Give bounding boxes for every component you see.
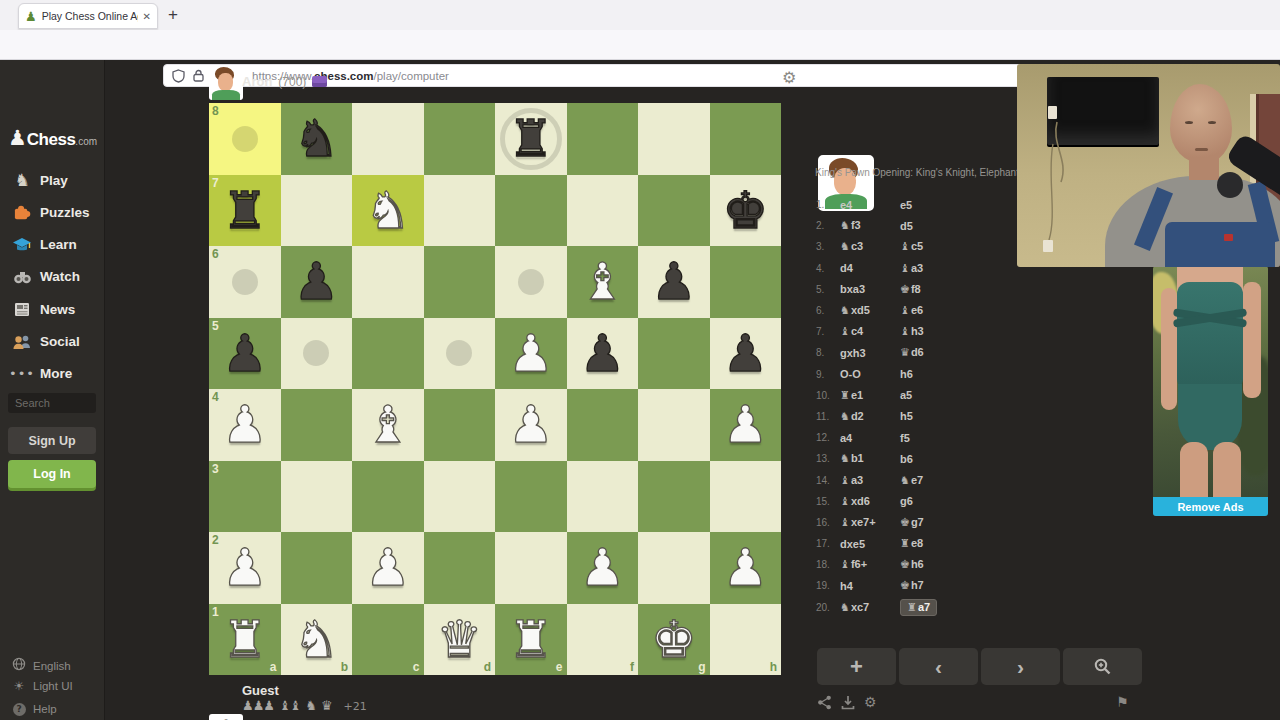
move[interactable]: g6 xyxy=(900,495,970,507)
move[interactable]: b6 xyxy=(900,453,970,465)
move[interactable]: e4 xyxy=(840,199,900,211)
sidebar-item-label: Play xyxy=(40,173,68,188)
puzzle-icon xyxy=(12,202,32,222)
square-f7[interactable] xyxy=(567,175,639,247)
square-a3[interactable]: 3 xyxy=(209,461,281,533)
piece-wB-c4[interactable]: ♝ xyxy=(352,389,424,461)
square-f4[interactable] xyxy=(567,389,639,461)
move-row: 14.♝a3♞e7 xyxy=(810,469,1090,490)
move-row: 20.♞xc7♜a7 xyxy=(810,597,1090,618)
move[interactable]: f5 xyxy=(900,432,970,444)
square-e1[interactable]: e♜ xyxy=(495,604,567,676)
move[interactable]: h4 xyxy=(840,580,900,592)
square-g2[interactable] xyxy=(638,532,710,604)
move-controls: + ‹ › xyxy=(817,648,1142,685)
move-row: 16.♝xe7+♚g7 xyxy=(810,512,1090,533)
square-c1[interactable]: c xyxy=(352,604,424,676)
sidebar-item-label: More xyxy=(40,366,72,381)
move[interactable]: bxa3 xyxy=(840,283,900,295)
footer-item-english[interactable]: English xyxy=(12,657,71,674)
cap-icon xyxy=(12,235,32,255)
sidebar-item-label: News xyxy=(40,302,75,317)
move-row: 17.dxe5♜e8 xyxy=(810,533,1090,554)
share-icon[interactable] xyxy=(817,695,832,710)
square-h4[interactable]: ♟ xyxy=(710,389,782,461)
footer-item-light-ui[interactable]: ☀Light UI xyxy=(12,679,73,693)
move[interactable]: dxe5 xyxy=(840,538,900,550)
move-number: 16. xyxy=(816,517,840,528)
move-row: 10.♜e1a5 xyxy=(810,385,1090,406)
sidebar-item-social[interactable]: Social xyxy=(0,326,105,358)
move[interactable]: ♝e6 xyxy=(900,304,970,317)
prev-move-button[interactable]: ‹ xyxy=(899,648,978,685)
piece-wP-a4[interactable]: ♟ xyxy=(209,389,281,461)
footer-item-help[interactable]: ?Help xyxy=(12,701,57,716)
move-row: 12.a4f5 xyxy=(810,427,1090,448)
webcam-overlay xyxy=(1017,64,1280,267)
move[interactable]: gxh3 xyxy=(840,347,900,359)
move[interactable]: ♝c4 xyxy=(840,325,900,338)
guest-pawn-icon: ♟ xyxy=(209,715,243,720)
opening-name: King's Pawn Opening: King's Knight, Elep… xyxy=(815,167,1017,178)
move-row: 18.♝f6+♚h6 xyxy=(810,554,1090,575)
piece-bP-g6[interactable]: ♟ xyxy=(638,246,710,318)
move-number: 17. xyxy=(816,538,840,549)
move[interactable]: ♜e1 xyxy=(840,389,900,402)
piece-wP-c2[interactable]: ♟ xyxy=(352,532,424,604)
move[interactable]: ♞b1 xyxy=(840,452,900,465)
square-d1[interactable]: d♛ xyxy=(424,604,496,676)
board-settings-gear-icon[interactable]: ⚙ xyxy=(782,68,796,87)
square-d5[interactable] xyxy=(424,318,496,390)
piece-wP-e4[interactable]: ♟ xyxy=(495,389,567,461)
square-g3[interactable] xyxy=(638,461,710,533)
opponent-rating: (700) xyxy=(278,75,306,89)
move[interactable]: a5 xyxy=(900,389,970,401)
square-c7[interactable]: ♞ xyxy=(352,175,424,247)
square-f6[interactable]: ♝ xyxy=(567,246,639,318)
move-row: 6.♞xd5♝e6 xyxy=(810,300,1090,321)
move[interactable]: ♞f3 xyxy=(840,219,900,232)
move-number: 14. xyxy=(816,475,840,486)
square-h3[interactable] xyxy=(710,461,782,533)
game-actions: ⚙ xyxy=(817,694,877,710)
move-number: 4. xyxy=(816,263,840,274)
square-a7[interactable]: 7♜ xyxy=(209,175,281,247)
sidebar-item-learn[interactable]: Learn xyxy=(0,229,105,261)
square-h7[interactable]: ♚ xyxy=(710,175,782,247)
square-d7[interactable] xyxy=(424,175,496,247)
move[interactable]: ♝a3 xyxy=(900,262,970,275)
logo-brand: Chess xyxy=(27,130,76,150)
square-a6[interactable]: 6 xyxy=(209,246,281,318)
piece-bP-a5[interactable]: ♟ xyxy=(209,318,281,390)
square-e6[interactable] xyxy=(495,246,567,318)
rank-label: 6 xyxy=(212,247,219,261)
move-number: 18. xyxy=(816,559,840,570)
square-f2[interactable]: ♟ xyxy=(567,532,639,604)
square-d6[interactable] xyxy=(424,246,496,318)
square-h2[interactable]: ♟ xyxy=(710,532,782,604)
square-e5[interactable]: ♟ xyxy=(495,318,567,390)
piece-wP-h4[interactable]: ♟ xyxy=(710,389,782,461)
dots-icon: ••• xyxy=(12,364,32,384)
square-b8[interactable]: ♞ xyxy=(281,103,353,175)
piece-wN-b1[interactable]: ♞ xyxy=(281,604,353,676)
new-game-button[interactable]: + xyxy=(817,648,896,685)
move-number: 7. xyxy=(816,326,840,337)
piece-bR-e8[interactable]: ♜ xyxy=(495,103,567,175)
sidebar-item-label: Learn xyxy=(40,237,77,252)
piece-wP-f2[interactable]: ♟ xyxy=(567,532,639,604)
legal-move-dot xyxy=(232,126,258,152)
shield-icon[interactable] xyxy=(172,69,185,83)
settings-gear-icon[interactable]: ⚙ xyxy=(864,694,877,710)
move-row: 9.O-Oh6 xyxy=(810,364,1090,385)
square-f8[interactable] xyxy=(567,103,639,175)
square-c5[interactable] xyxy=(352,318,424,390)
chesscom-logo[interactable]: ♟Chess.com xyxy=(8,126,97,150)
move-number: 3. xyxy=(816,241,840,252)
sun-icon: ☀ xyxy=(12,679,26,693)
rank-label: 8 xyxy=(212,104,219,118)
chesscom-favicon: ♟ xyxy=(25,10,37,23)
move-number: 11. xyxy=(816,411,840,422)
ad-banner[interactable]: Remove Ads xyxy=(1153,266,1268,516)
microphone xyxy=(1217,172,1243,198)
move-row: 5.bxa3♚f8 xyxy=(810,279,1090,300)
square-g8[interactable] xyxy=(638,103,710,175)
move-number: 2. xyxy=(816,220,840,231)
piece-bN-b8[interactable]: ♞ xyxy=(281,103,353,175)
square-c6[interactable] xyxy=(352,246,424,318)
social-icon xyxy=(12,332,32,352)
move[interactable]: ♝xe7+ xyxy=(840,516,900,529)
move[interactable]: ♚g7 xyxy=(900,516,970,529)
square-e2[interactable] xyxy=(495,532,567,604)
material-advantage: +21 xyxy=(344,700,367,713)
legal-move-dot xyxy=(303,340,329,366)
download-icon[interactable] xyxy=(841,695,855,710)
square-d4[interactable] xyxy=(424,389,496,461)
square-f1[interactable]: f xyxy=(567,604,639,676)
square-e3[interactable] xyxy=(495,461,567,533)
piece-bP-b6[interactable]: ♟ xyxy=(281,246,353,318)
file-label: f xyxy=(630,660,634,674)
move-row: 13.♞b1b6 xyxy=(810,448,1090,469)
browser-tab[interactable]: ♟ Play Chess Online Against the C ✕ xyxy=(18,3,158,29)
piece-bP-f5[interactable]: ♟ xyxy=(567,318,639,390)
square-g6[interactable]: ♟ xyxy=(638,246,710,318)
square-b7[interactable] xyxy=(281,175,353,247)
square-c2[interactable]: ♟ xyxy=(352,532,424,604)
sidebar-item-news[interactable]: News xyxy=(0,293,105,325)
move-number: 20. xyxy=(816,602,840,613)
globe-icon xyxy=(12,657,26,674)
move-number: 12. xyxy=(816,432,840,443)
move[interactable]: h6 xyxy=(900,368,970,380)
opponent-name[interactable]: Aron xyxy=(242,74,272,89)
move-number: 13. xyxy=(816,453,840,464)
square-a1[interactable]: 1a♜ xyxy=(209,604,281,676)
move-row: 15.♝xd6g6 xyxy=(810,491,1090,512)
move[interactable]: e5 xyxy=(900,199,970,211)
square-b5[interactable] xyxy=(281,318,353,390)
move[interactable]: d5 xyxy=(900,220,970,232)
move-number: 15. xyxy=(816,496,840,507)
piece-wN-c7[interactable]: ♞ xyxy=(352,175,424,247)
piece-bK-h7[interactable]: ♚ xyxy=(710,175,782,247)
move[interactable]: ♝xd6 xyxy=(840,495,900,508)
binoculars-icon xyxy=(12,267,32,287)
move[interactable]: ♚f8 xyxy=(900,283,970,296)
square-b1[interactable]: b♞ xyxy=(281,604,353,676)
opponent-avatar[interactable] xyxy=(209,66,243,100)
knight-icon: ♞ xyxy=(12,170,32,190)
move[interactable]: ♝c5 xyxy=(900,240,970,253)
sidebar-item-label: Puzzles xyxy=(40,205,90,220)
piece-wP-e5[interactable]: ♟ xyxy=(495,318,567,390)
square-f3[interactable] xyxy=(567,461,639,533)
logo-pawn-icon: ♟ xyxy=(8,126,27,150)
opponent-flag-icon xyxy=(312,76,327,87)
move-number: 1. xyxy=(816,199,840,210)
piece-wR-a1[interactable]: ♜ xyxy=(209,604,281,676)
next-move-button[interactable]: › xyxy=(981,648,1060,685)
square-a2[interactable]: 2♟ xyxy=(209,532,281,604)
square-g5[interactable] xyxy=(638,318,710,390)
piece-wK-g1[interactable]: ♚ xyxy=(638,604,710,676)
move-number: 10. xyxy=(816,390,840,401)
file-label: c xyxy=(413,660,420,674)
square-g7[interactable] xyxy=(638,175,710,247)
move[interactable]: ♞xc7 xyxy=(840,601,900,614)
move-row: 8.gxh3♛d6 xyxy=(810,342,1090,363)
move[interactable]: h5 xyxy=(900,410,970,422)
piece-wP-h2[interactable]: ♟ xyxy=(710,532,782,604)
move[interactable]: O-O xyxy=(840,368,900,380)
move[interactable]: ♞xd5 xyxy=(840,304,900,317)
sidebar-item-play[interactable]: ♞Play xyxy=(0,164,105,196)
legal-move-dot xyxy=(232,269,258,295)
sidebar: ♟Chess.com ♞PlayPuzzlesLearnWatchNewsSoc… xyxy=(0,60,105,720)
move[interactable]: d4 xyxy=(840,262,900,274)
new-tab-button[interactable]: + xyxy=(168,5,178,25)
piece-bP-h5[interactable]: ♟ xyxy=(710,318,782,390)
tab-close-icon[interactable]: ✕ xyxy=(143,11,151,22)
square-h1[interactable]: h xyxy=(710,604,782,676)
overalls-bib xyxy=(1165,222,1275,267)
logo-tld: .com xyxy=(75,136,97,147)
signup-button[interactable]: Sign Up xyxy=(8,427,96,454)
square-c8[interactable] xyxy=(352,103,424,175)
square-d2[interactable] xyxy=(424,532,496,604)
move-number: 6. xyxy=(816,305,840,316)
move[interactable]: ♝h3 xyxy=(900,325,970,338)
move[interactable]: ♝a3 xyxy=(840,474,900,487)
legal-move-dot xyxy=(518,269,544,295)
move[interactable]: ♚h7 xyxy=(900,579,970,592)
piece-wQ-d1[interactable]: ♛ xyxy=(424,604,496,676)
move[interactable]: ♛d6 xyxy=(900,346,970,359)
square-c3[interactable] xyxy=(352,461,424,533)
player-avatar[interactable]: ♟ xyxy=(209,714,243,720)
piece-bR-a7[interactable]: ♜ xyxy=(209,175,281,247)
move-row: 7.♝c4♝h3 xyxy=(810,321,1090,342)
move-number: 5. xyxy=(816,284,840,295)
piece-wB-f6[interactable]: ♝ xyxy=(567,246,639,318)
square-b4[interactable] xyxy=(281,389,353,461)
login-button[interactable]: Log In xyxy=(8,460,96,488)
square-h6[interactable] xyxy=(710,246,782,318)
move-row: 11.♞d2h5 xyxy=(810,406,1090,427)
move[interactable]: ♞d2 xyxy=(840,410,900,423)
captured-pieces: ♟♟♟♝♝♞♛+21 xyxy=(242,698,372,713)
move[interactable]: ♞e7 xyxy=(900,474,970,487)
piece-wP-a2[interactable]: ♟ xyxy=(209,532,281,604)
square-h8[interactable] xyxy=(710,103,782,175)
sidebar-item-label: Social xyxy=(40,334,80,349)
browser-tab-strip: ♟ Play Chess Online Against the C ✕ + xyxy=(0,0,1280,30)
square-b3[interactable] xyxy=(281,461,353,533)
sidebar-item-more[interactable]: •••More xyxy=(0,358,105,390)
square-a8[interactable]: 8 xyxy=(209,103,281,175)
move[interactable]: ♞c3 xyxy=(840,240,900,253)
sidebar-item-watch[interactable]: Watch xyxy=(0,261,105,293)
square-a5[interactable]: 5♟ xyxy=(209,318,281,390)
tab-title: Play Chess Online Against the C xyxy=(42,10,138,22)
square-d8[interactable] xyxy=(424,103,496,175)
move-row: 19.h4♚h7 xyxy=(810,575,1090,596)
analysis-button[interactable] xyxy=(1063,648,1142,685)
square-e8[interactable]: ♜ xyxy=(495,103,567,175)
news-icon xyxy=(12,299,32,319)
move[interactable]: ♜a7 xyxy=(900,599,970,616)
player-name[interactable]: Guest xyxy=(242,683,372,698)
file-label: h xyxy=(770,660,777,674)
square-e4[interactable]: ♟ xyxy=(495,389,567,461)
remove-ads-button[interactable]: Remove Ads xyxy=(1153,497,1268,516)
help-icon: ? xyxy=(12,701,26,716)
legal-move-dot xyxy=(446,340,472,366)
rank-label: 3 xyxy=(212,462,219,476)
move[interactable]: ♝f6+ xyxy=(840,558,900,571)
square-g1[interactable]: g♚ xyxy=(638,604,710,676)
browser-toolbar: ← → ↻ ⇄ https://www.chess.com/play/compu… xyxy=(0,30,1280,60)
square-a4[interactable]: 4♟ xyxy=(209,389,281,461)
piece-wR-e1[interactable]: ♜ xyxy=(495,604,567,676)
square-b2[interactable] xyxy=(281,532,353,604)
square-h5[interactable]: ♟ xyxy=(710,318,782,390)
move[interactable]: a4 xyxy=(840,432,900,444)
move[interactable]: ♚h6 xyxy=(900,558,970,571)
move[interactable]: ♜e8 xyxy=(900,537,970,550)
move-number: 8. xyxy=(816,347,840,358)
resign-flag-icon[interactable]: ⚑ xyxy=(1116,694,1129,710)
square-e7[interactable] xyxy=(495,175,567,247)
chess-board[interactable]: 8♞♜7♜♞♚6♟♝♟5♟♟♟♟4♟♝♟♟32♟♟♟♟1a♜b♞cd♛e♜fg♚… xyxy=(209,103,781,675)
ad-model xyxy=(1177,282,1243,394)
square-c4[interactable]: ♝ xyxy=(352,389,424,461)
magnifier-icon xyxy=(1094,658,1111,675)
square-g4[interactable] xyxy=(638,389,710,461)
square-d3[interactable] xyxy=(424,461,496,533)
move-number: 19. xyxy=(816,580,840,591)
lock-icon[interactable] xyxy=(193,69,204,82)
sidebar-item-label: Watch xyxy=(40,269,80,284)
sidebar-item-puzzles[interactable]: Puzzles xyxy=(0,196,105,228)
square-b6[interactable]: ♟ xyxy=(281,246,353,318)
search-input[interactable] xyxy=(8,393,96,413)
wall-outlet xyxy=(1048,106,1057,119)
move-number: 9. xyxy=(816,369,840,380)
square-f5[interactable]: ♟ xyxy=(567,318,639,390)
